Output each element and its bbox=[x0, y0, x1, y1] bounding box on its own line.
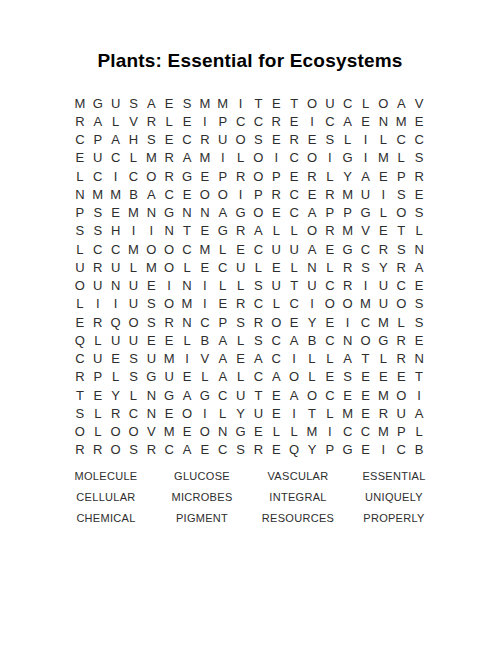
grid-cell[interactable]: E bbox=[410, 112, 428, 130]
grid-cell[interactable]: I bbox=[285, 404, 303, 422]
grid-cell[interactable]: N bbox=[71, 185, 89, 203]
grid-cell[interactable]: S bbox=[125, 350, 143, 368]
grid-cell[interactable]: C bbox=[321, 331, 339, 349]
grid-cell[interactable]: R bbox=[160, 313, 178, 331]
grid-cell[interactable]: L bbox=[125, 149, 143, 167]
grid-cell[interactable]: A bbox=[107, 131, 125, 149]
grid-cell[interactable]: E bbox=[160, 94, 178, 112]
grid-cell[interactable]: M bbox=[374, 149, 392, 167]
grid-cell[interactable]: L bbox=[232, 277, 250, 295]
grid-cell[interactable]: U bbox=[107, 94, 125, 112]
grid-cell[interactable]: I bbox=[321, 423, 339, 441]
grid-cell[interactable]: E bbox=[410, 331, 428, 349]
grid-cell[interactable]: L bbox=[232, 331, 250, 349]
grid-cell[interactable]: G bbox=[339, 441, 357, 459]
grid-cell[interactable]: T bbox=[410, 368, 428, 386]
grid-cell[interactable]: A bbox=[214, 204, 232, 222]
grid-cell[interactable]: L bbox=[285, 258, 303, 276]
grid-cell[interactable]: S bbox=[392, 185, 410, 203]
grid-cell[interactable]: A bbox=[285, 331, 303, 349]
grid-cell[interactable]: I bbox=[285, 350, 303, 368]
grid-cell[interactable]: O bbox=[303, 386, 321, 404]
grid-cell[interactable]: G bbox=[160, 386, 178, 404]
grid-cell[interactable]: E bbox=[392, 368, 410, 386]
grid-cell[interactable]: C bbox=[285, 295, 303, 313]
grid-cell[interactable]: I bbox=[374, 441, 392, 459]
grid-cell[interactable]: S bbox=[178, 94, 196, 112]
grid-cell[interactable]: R bbox=[285, 131, 303, 149]
grid-cell[interactable]: S bbox=[410, 295, 428, 313]
grid-cell[interactable]: P bbox=[321, 204, 339, 222]
grid-cell[interactable]: E bbox=[267, 131, 285, 149]
grid-cell[interactable]: L bbox=[125, 386, 143, 404]
grid-cell[interactable]: B bbox=[125, 185, 143, 203]
grid-cell[interactable]: O bbox=[107, 423, 125, 441]
grid-cell[interactable]: V bbox=[125, 112, 143, 130]
grid-cell[interactable]: O bbox=[178, 404, 196, 422]
grid-cell[interactable]: I bbox=[178, 350, 196, 368]
grid-cell[interactable]: L bbox=[214, 277, 232, 295]
grid-cell[interactable]: I bbox=[267, 149, 285, 167]
grid-cell[interactable]: A bbox=[214, 331, 232, 349]
grid-cell[interactable]: M bbox=[142, 149, 160, 167]
grid-cell[interactable]: O bbox=[125, 313, 143, 331]
grid-cell[interactable]: I bbox=[357, 277, 375, 295]
grid-cell[interactable]: C bbox=[214, 386, 232, 404]
grid-cell[interactable]: N bbox=[178, 277, 196, 295]
grid-cell[interactable]: E bbox=[374, 167, 392, 185]
grid-cell[interactable]: T bbox=[357, 350, 375, 368]
grid-cell[interactable]: I bbox=[232, 94, 250, 112]
grid-cell[interactable]: C bbox=[285, 185, 303, 203]
grid-cell[interactable]: O bbox=[196, 185, 214, 203]
grid-cell[interactable]: A bbox=[392, 94, 410, 112]
grid-cell[interactable]: E bbox=[250, 423, 268, 441]
grid-cell[interactable]: E bbox=[178, 423, 196, 441]
grid-cell[interactable]: L bbox=[410, 423, 428, 441]
grid-cell[interactable]: C bbox=[250, 368, 268, 386]
grid-cell[interactable]: R bbox=[303, 167, 321, 185]
grid-cell[interactable]: U bbox=[89, 350, 107, 368]
grid-cell[interactable]: V bbox=[357, 222, 375, 240]
grid-cell[interactable]: R bbox=[250, 441, 268, 459]
grid-cell[interactable]: N bbox=[178, 204, 196, 222]
grid-cell[interactable]: U bbox=[357, 185, 375, 203]
grid-cell[interactable]: O bbox=[71, 277, 89, 295]
grid-cell[interactable]: N bbox=[142, 404, 160, 422]
grid-cell[interactable]: R bbox=[392, 258, 410, 276]
grid-cell[interactable]: C bbox=[321, 112, 339, 130]
grid-cell[interactable]: Y bbox=[339, 167, 357, 185]
grid-cell[interactable]: N bbox=[214, 423, 232, 441]
grid-cell[interactable]: L bbox=[178, 258, 196, 276]
grid-cell[interactable]: L bbox=[303, 350, 321, 368]
grid-cell[interactable]: M bbox=[125, 204, 143, 222]
grid-cell[interactable]: R bbox=[410, 167, 428, 185]
grid-cell[interactable]: C bbox=[178, 131, 196, 149]
grid-cell[interactable]: O bbox=[285, 368, 303, 386]
grid-cell[interactable]: U bbox=[89, 277, 107, 295]
grid-cell[interactable]: R bbox=[71, 441, 89, 459]
grid-cell[interactable]: S bbox=[125, 368, 143, 386]
grid-cell[interactable]: M bbox=[178, 295, 196, 313]
grid-cell[interactable]: U bbox=[374, 295, 392, 313]
grid-cell[interactable]: E bbox=[285, 112, 303, 130]
grid-cell[interactable]: A bbox=[250, 350, 268, 368]
grid-cell[interactable]: S bbox=[321, 131, 339, 149]
grid-cell[interactable]: I bbox=[107, 295, 125, 313]
grid-cell[interactable]: L bbox=[71, 295, 89, 313]
grid-cell[interactable]: I bbox=[232, 185, 250, 203]
grid-cell[interactable]: I bbox=[303, 295, 321, 313]
grid-cell[interactable]: O bbox=[357, 331, 375, 349]
grid-cell[interactable]: M bbox=[214, 94, 232, 112]
grid-cell[interactable]: E bbox=[178, 112, 196, 130]
grid-cell[interactable]: E bbox=[267, 204, 285, 222]
grid-cell[interactable]: B bbox=[303, 331, 321, 349]
grid-cell[interactable]: U bbox=[107, 258, 125, 276]
grid-cell[interactable]: U bbox=[267, 240, 285, 258]
grid-cell[interactable]: L bbox=[410, 222, 428, 240]
grid-cell[interactable]: E bbox=[71, 313, 89, 331]
grid-cell[interactable]: T bbox=[178, 222, 196, 240]
grid-cell[interactable]: L bbox=[392, 313, 410, 331]
grid-cell[interactable]: M bbox=[89, 185, 107, 203]
grid-cell[interactable]: E bbox=[267, 94, 285, 112]
grid-cell[interactable]: E bbox=[267, 386, 285, 404]
grid-cell[interactable]: I bbox=[214, 149, 232, 167]
grid-cell[interactable]: R bbox=[321, 222, 339, 240]
grid-cell[interactable]: E bbox=[160, 331, 178, 349]
grid-cell[interactable]: G bbox=[374, 331, 392, 349]
grid-cell[interactable]: E bbox=[357, 368, 375, 386]
grid-cell[interactable]: S bbox=[89, 222, 107, 240]
grid-cell[interactable]: N bbox=[410, 240, 428, 258]
grid-cell[interactable]: S bbox=[71, 222, 89, 240]
grid-cell[interactable]: P bbox=[250, 185, 268, 203]
grid-cell[interactable]: E bbox=[321, 368, 339, 386]
grid-cell[interactable]: O bbox=[392, 204, 410, 222]
grid-cell[interactable]: E bbox=[357, 404, 375, 422]
grid-cell[interactable]: O bbox=[267, 313, 285, 331]
grid-cell[interactable]: N bbox=[178, 313, 196, 331]
grid-cell[interactable]: I bbox=[357, 131, 375, 149]
grid-cell[interactable]: S bbox=[125, 441, 143, 459]
grid-cell[interactable]: N bbox=[142, 386, 160, 404]
grid-cell[interactable]: A bbox=[285, 386, 303, 404]
grid-cell[interactable]: E bbox=[339, 386, 357, 404]
grid-cell[interactable]: L bbox=[214, 240, 232, 258]
grid-cell[interactable]: L bbox=[71, 167, 89, 185]
grid-cell[interactable]: L bbox=[89, 331, 107, 349]
grid-cell[interactable]: C bbox=[178, 240, 196, 258]
grid-cell[interactable]: P bbox=[214, 112, 232, 130]
grid-cell[interactable]: O bbox=[160, 240, 178, 258]
grid-cell[interactable]: R bbox=[71, 112, 89, 130]
grid-cell[interactable]: O bbox=[232, 131, 250, 149]
grid-cell[interactable]: L bbox=[89, 404, 107, 422]
grid-cell[interactable]: S bbox=[125, 94, 143, 112]
grid-cell[interactable]: G bbox=[142, 368, 160, 386]
grid-cell[interactable]: L bbox=[178, 331, 196, 349]
grid-cell[interactable]: C bbox=[107, 240, 125, 258]
grid-cell[interactable]: R bbox=[250, 313, 268, 331]
grid-cell[interactable]: Y bbox=[303, 441, 321, 459]
grid-cell[interactable]: E bbox=[357, 386, 375, 404]
grid-cell[interactable]: S bbox=[232, 441, 250, 459]
grid-cell[interactable]: B bbox=[410, 441, 428, 459]
grid-cell[interactable]: T bbox=[250, 94, 268, 112]
grid-cell[interactable]: N bbox=[410, 350, 428, 368]
grid-cell[interactable]: U bbox=[392, 404, 410, 422]
grid-cell[interactable]: I bbox=[303, 112, 321, 130]
grid-cell[interactable]: L bbox=[374, 131, 392, 149]
grid-cell[interactable]: R bbox=[232, 295, 250, 313]
grid-cell[interactable]: Y bbox=[303, 313, 321, 331]
grid-cell[interactable]: P bbox=[89, 131, 107, 149]
grid-cell[interactable]: O bbox=[303, 149, 321, 167]
grid-cell[interactable]: E bbox=[374, 222, 392, 240]
grid-cell[interactable]: U bbox=[142, 350, 160, 368]
grid-cell[interactable]: L bbox=[196, 368, 214, 386]
grid-cell[interactable]: L bbox=[285, 423, 303, 441]
grid-cell[interactable]: E bbox=[285, 167, 303, 185]
grid-cell[interactable]: R bbox=[339, 258, 357, 276]
grid-cell[interactable]: O bbox=[250, 149, 268, 167]
grid-cell[interactable]: O bbox=[71, 423, 89, 441]
grid-cell[interactable]: G bbox=[214, 222, 232, 240]
grid-cell[interactable]: B bbox=[196, 331, 214, 349]
grid-cell[interactable]: C bbox=[107, 149, 125, 167]
grid-cell[interactable]: E bbox=[160, 404, 178, 422]
grid-cell[interactable]: P bbox=[321, 441, 339, 459]
grid-cell[interactable]: C bbox=[267, 350, 285, 368]
grid-cell[interactable]: L bbox=[303, 368, 321, 386]
grid-cell[interactable]: O bbox=[160, 295, 178, 313]
grid-cell[interactable]: I bbox=[196, 277, 214, 295]
grid-cell[interactable]: R bbox=[142, 112, 160, 130]
grid-cell[interactable]: A bbox=[250, 222, 268, 240]
grid-cell[interactable]: C bbox=[89, 167, 107, 185]
grid-cell[interactable]: U bbox=[232, 258, 250, 276]
grid-cell[interactable]: R bbox=[374, 240, 392, 258]
grid-cell[interactable]: O bbox=[142, 240, 160, 258]
grid-cell[interactable]: C bbox=[125, 167, 143, 185]
grid-cell[interactable]: O bbox=[392, 386, 410, 404]
grid-cell[interactable]: U bbox=[321, 94, 339, 112]
grid-cell[interactable]: G bbox=[339, 149, 357, 167]
grid-cell[interactable]: A bbox=[89, 112, 107, 130]
grid-cell[interactable]: M bbox=[71, 94, 89, 112]
grid-cell[interactable]: L bbox=[214, 404, 232, 422]
grid-cell[interactable]: G bbox=[339, 240, 357, 258]
grid-cell[interactable]: C bbox=[392, 277, 410, 295]
grid-cell[interactable]: N bbox=[339, 331, 357, 349]
grid-cell[interactable]: C bbox=[214, 258, 232, 276]
grid-cell[interactable]: O bbox=[107, 441, 125, 459]
grid-cell[interactable]: R bbox=[107, 404, 125, 422]
grid-cell[interactable]: P bbox=[214, 167, 232, 185]
grid-cell[interactable]: S bbox=[410, 204, 428, 222]
grid-cell[interactable]: S bbox=[250, 331, 268, 349]
grid-cell[interactable]: M bbox=[339, 404, 357, 422]
grid-cell[interactable]: E bbox=[142, 331, 160, 349]
grid-cell[interactable]: L bbox=[339, 131, 357, 149]
grid-cell[interactable]: A bbox=[267, 368, 285, 386]
grid-cell[interactable]: S bbox=[142, 295, 160, 313]
grid-cell[interactable]: L bbox=[321, 167, 339, 185]
grid-cell[interactable]: Y bbox=[374, 258, 392, 276]
grid-cell[interactable]: N bbox=[160, 222, 178, 240]
grid-cell[interactable]: A bbox=[339, 112, 357, 130]
grid-cell[interactable]: O bbox=[196, 423, 214, 441]
grid-cell[interactable]: C bbox=[392, 441, 410, 459]
grid-cell[interactable]: E bbox=[232, 240, 250, 258]
grid-cell[interactable]: E bbox=[196, 222, 214, 240]
grid-cell[interactable]: C bbox=[339, 94, 357, 112]
grid-cell[interactable]: U bbox=[303, 277, 321, 295]
grid-cell[interactable]: H bbox=[107, 222, 125, 240]
grid-cell[interactable]: L bbox=[107, 368, 125, 386]
grid-cell[interactable]: L bbox=[267, 295, 285, 313]
grid-cell[interactable]: C bbox=[392, 131, 410, 149]
grid-cell[interactable]: I bbox=[321, 149, 339, 167]
grid-cell[interactable]: U bbox=[250, 404, 268, 422]
grid-cell[interactable]: I bbox=[196, 295, 214, 313]
grid-cell[interactable]: E bbox=[107, 204, 125, 222]
grid-cell[interactable]: C bbox=[125, 404, 143, 422]
grid-cell[interactable]: E bbox=[357, 112, 375, 130]
grid-cell[interactable]: U bbox=[107, 331, 125, 349]
grid-cell[interactable]: A bbox=[339, 350, 357, 368]
grid-cell[interactable]: C bbox=[321, 386, 339, 404]
grid-cell[interactable]: O bbox=[160, 258, 178, 276]
grid-cell[interactable]: U bbox=[374, 277, 392, 295]
grid-cell[interactable]: I bbox=[89, 295, 107, 313]
grid-cell[interactable]: M bbox=[357, 295, 375, 313]
grid-cell[interactable]: E bbox=[232, 350, 250, 368]
grid-cell[interactable]: S bbox=[250, 277, 268, 295]
grid-cell[interactable]: M bbox=[160, 350, 178, 368]
grid-cell[interactable]: L bbox=[250, 258, 268, 276]
grid-cell[interactable]: C bbox=[89, 240, 107, 258]
grid-cell[interactable]: C bbox=[321, 277, 339, 295]
grid-cell[interactable]: N bbox=[374, 112, 392, 130]
grid-cell[interactable]: I bbox=[339, 313, 357, 331]
grid-cell[interactable]: O bbox=[250, 167, 268, 185]
grid-cell[interactable]: L bbox=[285, 222, 303, 240]
grid-cell[interactable]: S bbox=[410, 313, 428, 331]
grid-cell[interactable]: I bbox=[160, 277, 178, 295]
grid-cell[interactable]: T bbox=[250, 386, 268, 404]
grid-cell[interactable]: O bbox=[142, 167, 160, 185]
grid-cell[interactable]: U bbox=[160, 368, 178, 386]
grid-cell[interactable]: A bbox=[178, 386, 196, 404]
grid-cell[interactable]: I bbox=[357, 149, 375, 167]
grid-cell[interactable]: E bbox=[107, 350, 125, 368]
grid-cell[interactable]: E bbox=[178, 368, 196, 386]
grid-cell[interactable]: R bbox=[160, 167, 178, 185]
grid-cell[interactable]: L bbox=[321, 404, 339, 422]
grid-cell[interactable]: C bbox=[250, 240, 268, 258]
grid-cell[interactable]: E bbox=[196, 167, 214, 185]
grid-cell[interactable]: C bbox=[232, 112, 250, 130]
grid-cell[interactable]: R bbox=[232, 167, 250, 185]
grid-cell[interactable]: R bbox=[392, 331, 410, 349]
grid-cell[interactable]: E bbox=[285, 313, 303, 331]
grid-cell[interactable]: G bbox=[178, 167, 196, 185]
grid-cell[interactable]: U bbox=[267, 277, 285, 295]
grid-cell[interactable]: U bbox=[125, 295, 143, 313]
grid-cell[interactable]: C bbox=[250, 295, 268, 313]
grid-cell[interactable]: R bbox=[232, 222, 250, 240]
grid-cell[interactable]: C bbox=[285, 149, 303, 167]
grid-cell[interactable]: E bbox=[267, 404, 285, 422]
grid-cell[interactable]: A bbox=[214, 368, 232, 386]
grid-cell[interactable]: O bbox=[303, 222, 321, 240]
grid-cell[interactable]: S bbox=[71, 404, 89, 422]
grid-cell[interactable]: E bbox=[303, 131, 321, 149]
grid-cell[interactable]: L bbox=[374, 204, 392, 222]
grid-cell[interactable]: M bbox=[339, 185, 357, 203]
grid-cell[interactable]: N bbox=[303, 258, 321, 276]
grid-cell[interactable]: G bbox=[160, 204, 178, 222]
grid-cell[interactable]: M bbox=[374, 386, 392, 404]
grid-cell[interactable]: U bbox=[214, 131, 232, 149]
grid-cell[interactable]: A bbox=[178, 149, 196, 167]
grid-cell[interactable]: A bbox=[357, 167, 375, 185]
grid-cell[interactable]: R bbox=[89, 313, 107, 331]
grid-cell[interactable]: Q bbox=[285, 441, 303, 459]
grid-cell[interactable]: G bbox=[89, 94, 107, 112]
grid-cell[interactable]: L bbox=[321, 350, 339, 368]
grid-cell[interactable]: A bbox=[303, 204, 321, 222]
grid-cell[interactable]: C bbox=[196, 313, 214, 331]
grid-cell[interactable]: Y bbox=[232, 404, 250, 422]
grid-cell[interactable]: O bbox=[125, 423, 143, 441]
grid-cell[interactable]: S bbox=[142, 131, 160, 149]
grid-cell[interactable]: S bbox=[250, 131, 268, 149]
grid-cell[interactable]: M bbox=[374, 313, 392, 331]
grid-cell[interactable]: L bbox=[321, 258, 339, 276]
grid-cell[interactable]: Y bbox=[107, 386, 125, 404]
grid-cell[interactable]: U bbox=[232, 386, 250, 404]
grid-cell[interactable]: P bbox=[392, 167, 410, 185]
grid-cell[interactable]: E bbox=[142, 277, 160, 295]
grid-cell[interactable]: R bbox=[89, 258, 107, 276]
grid-cell[interactable]: R bbox=[142, 441, 160, 459]
grid-cell[interactable]: A bbox=[178, 441, 196, 459]
grid-cell[interactable]: V bbox=[410, 94, 428, 112]
grid-cell[interactable]: L bbox=[71, 240, 89, 258]
grid-cell[interactable]: C bbox=[357, 313, 375, 331]
grid-cell[interactable]: L bbox=[374, 350, 392, 368]
grid-cell[interactable]: Q bbox=[71, 331, 89, 349]
grid-cell[interactable]: C bbox=[71, 131, 89, 149]
grid-cell[interactable]: T bbox=[285, 94, 303, 112]
grid-cell[interactable]: A bbox=[214, 350, 232, 368]
grid-cell[interactable]: P bbox=[267, 167, 285, 185]
grid-cell[interactable]: I bbox=[125, 222, 143, 240]
grid-cell[interactable]: C bbox=[357, 240, 375, 258]
grid-cell[interactable]: E bbox=[178, 185, 196, 203]
grid-cell[interactable]: E bbox=[303, 185, 321, 203]
grid-cell[interactable]: P bbox=[339, 204, 357, 222]
grid-cell[interactable]: E bbox=[214, 295, 232, 313]
grid-cell[interactable]: R bbox=[267, 112, 285, 130]
grid-cell[interactable]: M bbox=[339, 222, 357, 240]
grid-cell[interactable]: M bbox=[125, 240, 143, 258]
